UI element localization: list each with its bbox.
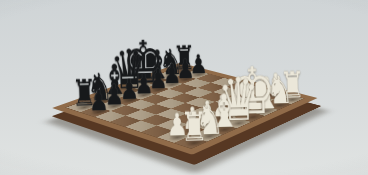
white-rook-a1: ♜: [179, 107, 208, 148]
scene: ♜♞♝♛♚♝♞♜♟♟♟♟♟♟♟♟♟♟♟♟♟♟♟♟♜♞♝♛♚♝♞♜: [0, 0, 368, 175]
photo-backdrop: ♜♞♝♛♚♝♞♜♟♟♟♟♟♟♟♟♟♟♟♟♟♟♟♟♜♞♝♛♚♝♞♜: [0, 0, 368, 175]
chess-board: ♜♞♝♛♚♝♞♜♟♟♟♟♟♟♟♟♟♟♟♟♟♟♟♟♜♞♝♛♚♝♞♜: [52, 63, 318, 155]
black-pawn-a7: ♟: [88, 87, 109, 116]
